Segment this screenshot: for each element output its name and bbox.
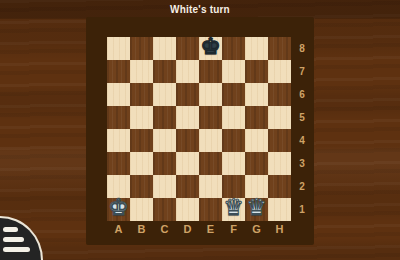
turn-indicator-bar: White's turn (0, 0, 400, 18)
file-label-e: E (199, 222, 222, 237)
square-d3[interactable] (176, 152, 199, 175)
rank-label-3: 3 (295, 152, 309, 175)
square-f7[interactable] (222, 60, 245, 83)
square-b5[interactable] (130, 106, 153, 129)
square-c8[interactable] (153, 37, 176, 60)
square-b1[interactable] (130, 198, 153, 221)
square-e3[interactable] (199, 152, 222, 175)
square-b6[interactable] (130, 83, 153, 106)
menu-button[interactable] (0, 216, 43, 260)
square-f3[interactable] (222, 152, 245, 175)
square-e4[interactable] (199, 129, 222, 152)
rank-labels: 87654321 (295, 37, 309, 221)
square-c7[interactable] (153, 60, 176, 83)
square-g8[interactable] (245, 37, 268, 60)
square-h1[interactable] (268, 198, 291, 221)
square-d5[interactable] (176, 106, 199, 129)
square-e6[interactable] (199, 83, 222, 106)
square-a7[interactable] (107, 60, 130, 83)
square-g5[interactable] (245, 106, 268, 129)
square-a8[interactable] (107, 37, 130, 60)
square-c3[interactable] (153, 152, 176, 175)
square-a5[interactable] (107, 106, 130, 129)
square-c4[interactable] (153, 129, 176, 152)
square-b8[interactable] (130, 37, 153, 60)
square-f1[interactable]: ♛ (222, 198, 245, 221)
square-g1[interactable]: ♛ (245, 198, 268, 221)
square-a1[interactable]: ♚ (107, 198, 130, 221)
square-e1[interactable] (199, 198, 222, 221)
white-queen[interactable]: ♛ (246, 196, 267, 219)
square-a4[interactable] (107, 129, 130, 152)
square-f8[interactable] (222, 37, 245, 60)
hamburger-menu-icon (3, 227, 18, 232)
square-b4[interactable] (130, 129, 153, 152)
square-c1[interactable] (153, 198, 176, 221)
turn-indicator-text: White's turn (170, 4, 230, 15)
square-d8[interactable] (176, 37, 199, 60)
square-b7[interactable] (130, 60, 153, 83)
file-label-f: F (222, 222, 245, 237)
square-h6[interactable] (268, 83, 291, 106)
square-d1[interactable] (176, 198, 199, 221)
menu-bar (3, 247, 30, 252)
square-h2[interactable] (268, 175, 291, 198)
menu-bar (3, 237, 24, 242)
square-h5[interactable] (268, 106, 291, 129)
square-d7[interactable] (176, 60, 199, 83)
file-label-a: A (107, 222, 130, 237)
file-label-g: G (245, 222, 268, 237)
rank-label-7: 7 (295, 60, 309, 83)
square-b3[interactable] (130, 152, 153, 175)
square-g3[interactable] (245, 152, 268, 175)
rank-label-4: 4 (295, 129, 309, 152)
square-h7[interactable] (268, 60, 291, 83)
square-h3[interactable] (268, 152, 291, 175)
white-queen[interactable]: ♛ (223, 196, 244, 219)
file-label-c: C (153, 222, 176, 237)
square-e5[interactable] (199, 106, 222, 129)
square-a6[interactable] (107, 83, 130, 106)
file-label-b: B (130, 222, 153, 237)
white-king[interactable]: ♚ (108, 196, 129, 219)
square-g4[interactable] (245, 129, 268, 152)
square-g6[interactable] (245, 83, 268, 106)
rank-label-8: 8 (295, 37, 309, 60)
square-d2[interactable] (176, 175, 199, 198)
square-h4[interactable] (268, 129, 291, 152)
square-e8[interactable]: ♚ (199, 37, 222, 60)
rank-label-6: 6 (295, 83, 309, 106)
rank-label-5: 5 (295, 106, 309, 129)
square-c2[interactable] (153, 175, 176, 198)
rank-label-2: 2 (295, 175, 309, 198)
square-b2[interactable] (130, 175, 153, 198)
square-f6[interactable] (222, 83, 245, 106)
square-c5[interactable] (153, 106, 176, 129)
square-g7[interactable] (245, 60, 268, 83)
square-f5[interactable] (222, 106, 245, 129)
rank-label-1: 1 (295, 198, 309, 221)
square-e2[interactable] (199, 175, 222, 198)
square-h8[interactable] (268, 37, 291, 60)
square-a3[interactable] (107, 152, 130, 175)
file-label-d: D (176, 222, 199, 237)
square-e7[interactable] (199, 60, 222, 83)
chess-board: ♚♚♛♛ (107, 37, 291, 221)
chess-board-frame: ♚♚♛♛ ABCDEFGH 87654321 (86, 17, 314, 245)
square-d6[interactable] (176, 83, 199, 106)
square-d4[interactable] (176, 129, 199, 152)
black-king[interactable]: ♚ (200, 35, 221, 58)
file-label-h: H (268, 222, 291, 237)
file-labels: ABCDEFGH (107, 222, 291, 237)
square-f4[interactable] (222, 129, 245, 152)
square-c6[interactable] (153, 83, 176, 106)
